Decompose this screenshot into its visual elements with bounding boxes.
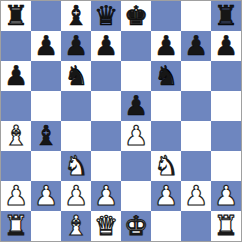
- square-d7[interactable]: ♟︎: [91, 31, 121, 61]
- black-pawn[interactable]: ♟︎: [124, 91, 148, 121]
- square-b2[interactable]: ♟︎: [31, 181, 61, 211]
- square-h5[interactable]: [211, 91, 241, 121]
- square-c3[interactable]: ♞: [61, 151, 91, 181]
- square-c6[interactable]: ♞: [61, 61, 91, 91]
- white-queen[interactable]: ♛: [94, 211, 118, 241]
- square-a5[interactable]: [1, 91, 31, 121]
- white-pawn[interactable]: ♟︎: [94, 181, 118, 211]
- square-h1[interactable]: ♜: [211, 211, 241, 241]
- square-f1[interactable]: [151, 211, 181, 241]
- black-bishop[interactable]: ♝: [64, 1, 88, 31]
- square-g2[interactable]: ♟︎: [181, 181, 211, 211]
- square-g3[interactable]: [181, 151, 211, 181]
- square-e6[interactable]: [121, 61, 151, 91]
- black-pawn[interactable]: ♟︎: [184, 31, 208, 61]
- square-a2[interactable]: ♟︎: [1, 181, 31, 211]
- square-g5[interactable]: [181, 91, 211, 121]
- square-c8[interactable]: ♝: [61, 1, 91, 31]
- square-b1[interactable]: [31, 211, 61, 241]
- square-d1[interactable]: ♛: [91, 211, 121, 241]
- white-knight[interactable]: ♞: [64, 151, 88, 181]
- white-rook[interactable]: ♜: [4, 211, 28, 241]
- black-knight[interactable]: ♞: [64, 61, 88, 91]
- square-d8[interactable]: ♛: [91, 1, 121, 31]
- square-e3[interactable]: [121, 151, 151, 181]
- white-pawn[interactable]: ♟︎: [184, 181, 208, 211]
- square-a6[interactable]: ♟︎: [1, 61, 31, 91]
- square-f2[interactable]: ♟︎: [151, 181, 181, 211]
- black-rook[interactable]: ♜: [214, 1, 238, 31]
- square-a1[interactable]: ♜: [1, 211, 31, 241]
- square-a3[interactable]: [1, 151, 31, 181]
- square-b7[interactable]: ♟︎: [31, 31, 61, 61]
- white-pawn[interactable]: ♟︎: [124, 121, 148, 151]
- square-h3[interactable]: [211, 151, 241, 181]
- black-pawn[interactable]: ♟︎: [34, 31, 58, 61]
- square-f3[interactable]: ♞: [151, 151, 181, 181]
- square-c1[interactable]: ♝: [61, 211, 91, 241]
- square-h6[interactable]: [211, 61, 241, 91]
- square-e1[interactable]: ♚: [121, 211, 151, 241]
- chess-board: ♜♝♛♚♜♟︎♟︎♟︎♟︎♟︎♟︎♟︎♞♞♟︎♝♝♟︎♞♞♟︎♟︎♟︎♟︎♟︎♟…: [0, 0, 242, 242]
- white-pawn[interactable]: ♟︎: [154, 181, 178, 211]
- square-e7[interactable]: [121, 31, 151, 61]
- square-e5[interactable]: ♟︎: [121, 91, 151, 121]
- square-e2[interactable]: [121, 181, 151, 211]
- square-f7[interactable]: ♟︎: [151, 31, 181, 61]
- black-king[interactable]: ♚: [124, 1, 148, 31]
- white-king[interactable]: ♚: [124, 211, 148, 241]
- square-e8[interactable]: ♚: [121, 1, 151, 31]
- black-pawn[interactable]: ♟︎: [214, 31, 238, 61]
- white-bishop[interactable]: ♝: [4, 121, 28, 151]
- square-b5[interactable]: [31, 91, 61, 121]
- square-a8[interactable]: ♜: [1, 1, 31, 31]
- square-g7[interactable]: ♟︎: [181, 31, 211, 61]
- black-pawn[interactable]: ♟︎: [4, 61, 28, 91]
- white-rook[interactable]: ♜: [214, 211, 238, 241]
- black-knight[interactable]: ♞: [154, 61, 178, 91]
- square-h8[interactable]: ♜: [211, 1, 241, 31]
- square-d3[interactable]: [91, 151, 121, 181]
- square-b6[interactable]: [31, 61, 61, 91]
- square-h2[interactable]: ♟︎: [211, 181, 241, 211]
- chess-board-grid: ♜♝♛♚♜♟︎♟︎♟︎♟︎♟︎♟︎♟︎♞♞♟︎♝♝♟︎♞♞♟︎♟︎♟︎♟︎♟︎♟…: [1, 1, 241, 241]
- square-g4[interactable]: [181, 121, 211, 151]
- square-g8[interactable]: [181, 1, 211, 31]
- black-rook[interactable]: ♜: [4, 1, 28, 31]
- square-h7[interactable]: ♟︎: [211, 31, 241, 61]
- square-c5[interactable]: [61, 91, 91, 121]
- square-h4[interactable]: [211, 121, 241, 151]
- square-d5[interactable]: [91, 91, 121, 121]
- white-pawn[interactable]: ♟︎: [34, 181, 58, 211]
- square-d6[interactable]: [91, 61, 121, 91]
- black-pawn[interactable]: ♟︎: [154, 31, 178, 61]
- white-knight[interactable]: ♞: [154, 151, 178, 181]
- square-a4[interactable]: ♝: [1, 121, 31, 151]
- white-pawn[interactable]: ♟︎: [4, 181, 28, 211]
- square-c7[interactable]: ♟︎: [61, 31, 91, 61]
- white-pawn[interactable]: ♟︎: [64, 181, 88, 211]
- square-g6[interactable]: [181, 61, 211, 91]
- square-b3[interactable]: [31, 151, 61, 181]
- square-c4[interactable]: [61, 121, 91, 151]
- black-queen[interactable]: ♛: [94, 1, 118, 31]
- black-bishop[interactable]: ♝: [34, 121, 58, 151]
- square-a7[interactable]: [1, 31, 31, 61]
- square-d4[interactable]: [91, 121, 121, 151]
- square-f4[interactable]: [151, 121, 181, 151]
- square-f8[interactable]: [151, 1, 181, 31]
- white-pawn[interactable]: ♟︎: [214, 181, 238, 211]
- square-b8[interactable]: [31, 1, 61, 31]
- white-bishop[interactable]: ♝: [64, 211, 88, 241]
- square-b4[interactable]: ♝: [31, 121, 61, 151]
- square-f6[interactable]: ♞: [151, 61, 181, 91]
- black-pawn[interactable]: ♟︎: [64, 31, 88, 61]
- square-c2[interactable]: ♟︎: [61, 181, 91, 211]
- square-g1[interactable]: [181, 211, 211, 241]
- square-e4[interactable]: ♟︎: [121, 121, 151, 151]
- square-f5[interactable]: [151, 91, 181, 121]
- square-d2[interactable]: ♟︎: [91, 181, 121, 211]
- black-pawn[interactable]: ♟︎: [94, 31, 118, 61]
